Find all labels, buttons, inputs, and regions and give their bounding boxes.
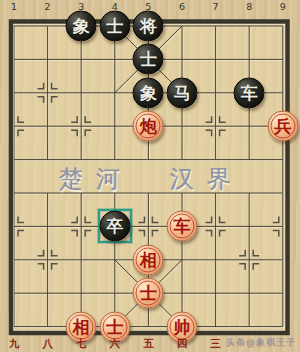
piece-glyph: 相	[140, 251, 157, 268]
bottom-file-label: 五	[143, 337, 154, 349]
top-file-label: 6	[179, 1, 185, 13]
top-file-label: 1	[11, 1, 17, 13]
piece-glyph: 象	[140, 84, 157, 101]
red-chariot-piece[interactable]: 车	[167, 211, 198, 242]
top-file-label: 9	[280, 1, 286, 13]
black-chariot-piece[interactable]: 车	[234, 77, 265, 108]
top-file-label: 8	[246, 1, 252, 13]
piece-glyph: 帅	[174, 318, 191, 335]
black-soldier-piece[interactable]: 卒	[99, 211, 130, 242]
black-elephant-piece[interactable]: 象	[66, 11, 97, 42]
piece-glyph: 炮	[140, 118, 157, 135]
bottom-file-label: 七	[76, 337, 87, 349]
black-advisor-piece[interactable]: 士	[133, 44, 164, 75]
piece-glyph: 马	[174, 84, 191, 101]
red-advisor-piece[interactable]: 士	[133, 278, 164, 309]
river-label-right: 汉界	[170, 163, 244, 195]
xiangqi-board[interactable]: 123456789 象士将士象马车炮兵卒车相士相士帅 楚河 汉界 九八七六五四三…	[0, 0, 300, 352]
red-cannon-piece[interactable]: 炮	[133, 111, 164, 142]
top-file-label: 7	[213, 1, 219, 13]
piece-glyph: 士	[140, 285, 157, 302]
piece-glyph: 士	[140, 51, 157, 68]
top-file-label: 2	[45, 1, 51, 13]
piece-glyph: 士	[106, 18, 123, 35]
black-advisor-piece[interactable]: 士	[99, 11, 130, 42]
bottom-file-label: 八	[42, 337, 53, 349]
red-soldier-piece[interactable]: 兵	[267, 111, 298, 142]
black-horse-piece[interactable]: 马	[167, 77, 198, 108]
river-label-left: 楚河	[59, 163, 133, 195]
piece-glyph: 车	[174, 218, 191, 235]
red-elephant-piece[interactable]: 相	[133, 244, 164, 275]
bottom-file-label: 三	[210, 337, 221, 349]
bottom-file-label: 九	[9, 337, 20, 349]
piece-glyph: 士	[106, 318, 123, 335]
black-general-piece[interactable]: 将	[133, 11, 164, 42]
piece-glyph: 相	[73, 318, 90, 335]
piece-glyph: 卒	[106, 218, 123, 235]
piece-glyph: 将	[140, 18, 157, 35]
piece-glyph: 兵	[274, 118, 291, 135]
piece-glyph: 车	[241, 84, 258, 101]
piece-glyph: 象	[73, 18, 90, 35]
black-elephant-piece[interactable]: 象	[133, 77, 164, 108]
bottom-file-label: 四	[177, 337, 188, 349]
bottom-file-label: 六	[110, 337, 121, 349]
watermark-text: 头条@象棋王子	[226, 336, 296, 349]
